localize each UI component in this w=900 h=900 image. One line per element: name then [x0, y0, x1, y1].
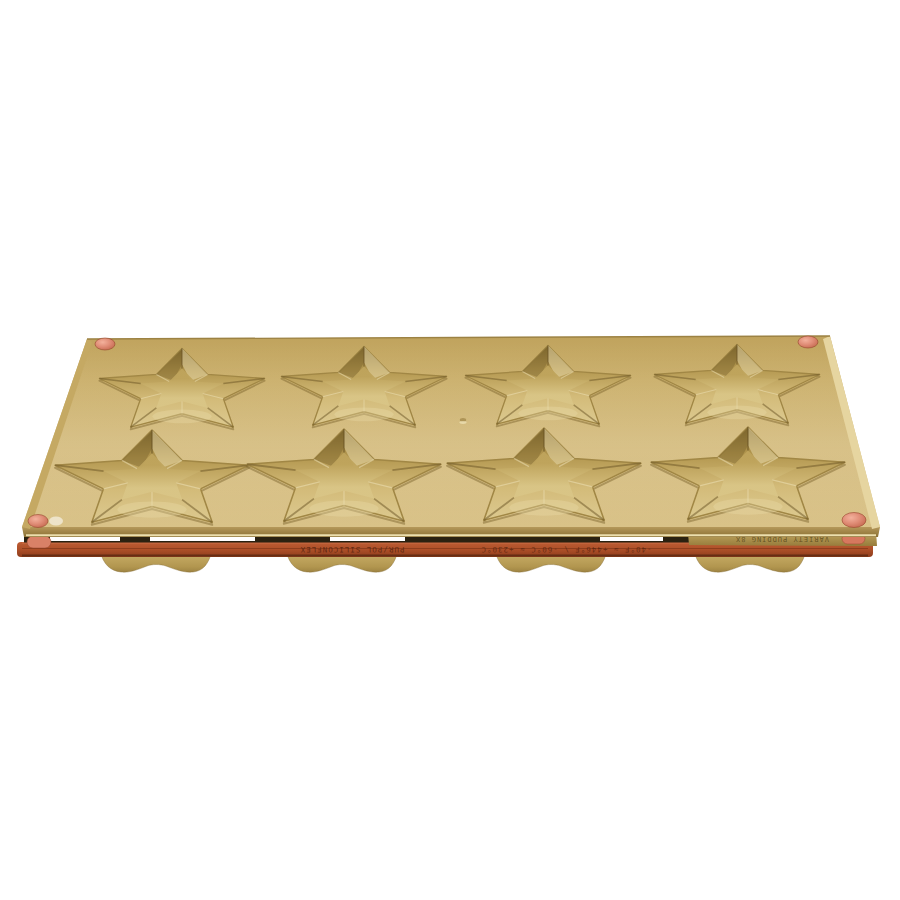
corner-rivet-top-left	[95, 338, 115, 350]
corner-rivet-top-right	[798, 336, 818, 348]
peg-stub-left	[27, 536, 51, 548]
corner-rivet-bottom-left	[28, 515, 48, 528]
product-photo: PUR/POL SILICONFLEX -40°F ≈ +446°F \ -60…	[0, 0, 900, 900]
plate-front-face	[22, 527, 880, 537]
gap-slit	[150, 537, 255, 542]
mold-photo-canvas: PUR/POL SILICONFLEX -40°F ≈ +446°F \ -60…	[0, 0, 900, 900]
gap-slit	[600, 537, 663, 542]
band-text-left: PUR/POL SILICONFLEX	[300, 545, 405, 554]
rivet-sheen	[49, 517, 63, 526]
surface-dimple	[459, 418, 466, 424]
mold-plate	[22, 336, 880, 529]
gap-slit	[50, 537, 120, 542]
band-text-center: -40°F ≈ +446°F \ -60°C ≈ +230°C	[481, 545, 652, 554]
corner-rivet-bottom-right	[842, 513, 866, 528]
gap-slit	[330, 537, 405, 542]
